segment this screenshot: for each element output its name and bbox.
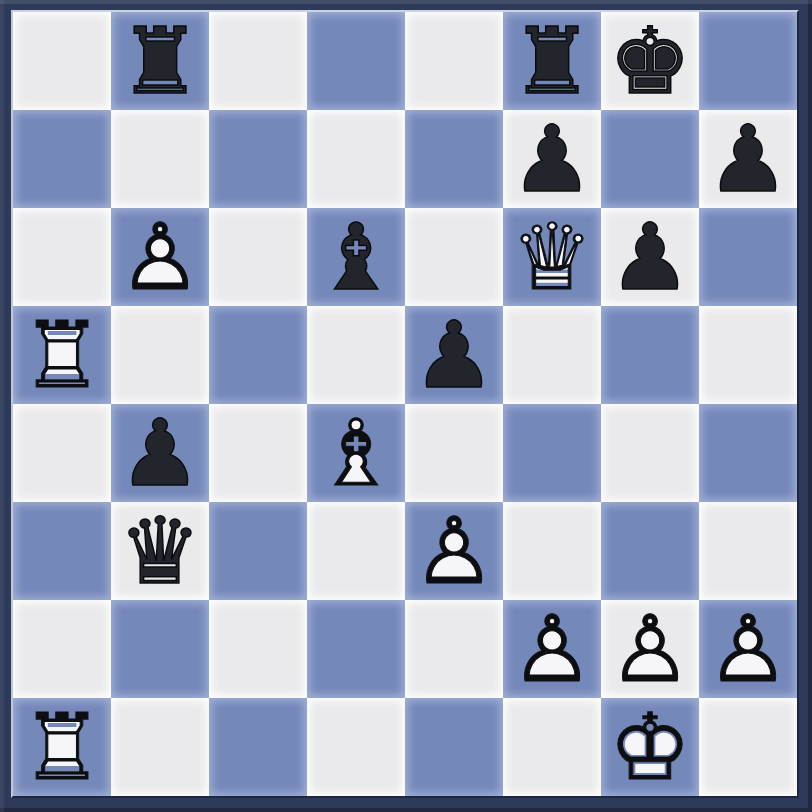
chess-board: ♜♜♚♟♟♟♙♝♛♕♟♜♖♟♟♝♗♛♟♙♟♙♟♙♟♙♜♖♚♔ — [11, 10, 799, 798]
square-g3[interactable] — [601, 502, 699, 600]
square-a1[interactable]: ♜♖ — [13, 698, 111, 796]
piece-white-king[interactable]: ♚♔ — [601, 698, 699, 796]
black-pawn-icon: ♟ — [699, 111, 797, 209]
piece-black-bishop[interactable]: ♝ — [307, 208, 405, 306]
square-a8[interactable] — [13, 12, 111, 110]
square-h6[interactable] — [699, 208, 797, 306]
square-c5[interactable] — [209, 306, 307, 404]
white-rook-outline-icon: ♖ — [13, 699, 111, 797]
square-d1[interactable] — [307, 698, 405, 796]
square-a3[interactable] — [13, 502, 111, 600]
square-b7[interactable] — [111, 110, 209, 208]
white-bishop-outline-icon: ♗ — [307, 405, 405, 503]
square-g1[interactable]: ♚♔ — [601, 698, 699, 796]
square-h4[interactable] — [699, 404, 797, 502]
piece-white-pawn[interactable]: ♟♙ — [405, 502, 503, 600]
square-e3[interactable]: ♟♙ — [405, 502, 503, 600]
piece-white-pawn[interactable]: ♟♙ — [699, 600, 797, 698]
white-pawn-outline-icon: ♙ — [601, 601, 699, 699]
square-c1[interactable] — [209, 698, 307, 796]
square-d5[interactable] — [307, 306, 405, 404]
square-d8[interactable] — [307, 12, 405, 110]
square-c7[interactable] — [209, 110, 307, 208]
square-g6[interactable]: ♟ — [601, 208, 699, 306]
square-a7[interactable] — [13, 110, 111, 208]
square-b6[interactable]: ♟♙ — [111, 208, 209, 306]
white-pawn-outline-icon: ♙ — [405, 503, 503, 601]
square-a4[interactable] — [13, 404, 111, 502]
piece-white-pawn[interactable]: ♟♙ — [503, 600, 601, 698]
piece-white-pawn[interactable]: ♟♙ — [111, 208, 209, 306]
square-d6[interactable]: ♝ — [307, 208, 405, 306]
black-pawn-icon: ♟ — [503, 111, 601, 209]
square-g4[interactable] — [601, 404, 699, 502]
square-b3[interactable]: ♛ — [111, 502, 209, 600]
piece-black-pawn[interactable]: ♟ — [699, 110, 797, 208]
piece-black-pawn[interactable]: ♟ — [601, 208, 699, 306]
square-f8[interactable]: ♜ — [503, 12, 601, 110]
square-a2[interactable] — [13, 600, 111, 698]
square-h2[interactable]: ♟♙ — [699, 600, 797, 698]
square-c2[interactable] — [209, 600, 307, 698]
piece-white-bishop[interactable]: ♝♗ — [307, 404, 405, 502]
black-rook-icon: ♜ — [503, 13, 601, 111]
piece-white-rook[interactable]: ♜♖ — [13, 698, 111, 796]
square-e7[interactable] — [405, 110, 503, 208]
square-d2[interactable] — [307, 600, 405, 698]
square-c4[interactable] — [209, 404, 307, 502]
square-d3[interactable] — [307, 502, 405, 600]
square-f4[interactable] — [503, 404, 601, 502]
square-a6[interactable] — [13, 208, 111, 306]
square-b5[interactable] — [111, 306, 209, 404]
piece-black-rook[interactable]: ♜ — [111, 12, 209, 110]
square-d4[interactable]: ♝♗ — [307, 404, 405, 502]
square-f1[interactable] — [503, 698, 601, 796]
square-g2[interactable]: ♟♙ — [601, 600, 699, 698]
square-h7[interactable]: ♟ — [699, 110, 797, 208]
square-f5[interactable] — [503, 306, 601, 404]
piece-white-pawn[interactable]: ♟♙ — [601, 600, 699, 698]
square-g5[interactable] — [601, 306, 699, 404]
chess-board-frame: ♜♜♚♟♟♟♙♝♛♕♟♜♖♟♟♝♗♛♟♙♟♙♟♙♟♙♜♖♚♔ — [0, 0, 812, 812]
black-pawn-icon: ♟ — [111, 405, 209, 503]
square-d7[interactable] — [307, 110, 405, 208]
square-h1[interactable] — [699, 698, 797, 796]
square-e8[interactable] — [405, 12, 503, 110]
square-h8[interactable] — [699, 12, 797, 110]
piece-black-pawn[interactable]: ♟ — [503, 110, 601, 208]
square-e5[interactable]: ♟ — [405, 306, 503, 404]
square-b2[interactable] — [111, 600, 209, 698]
black-pawn-icon: ♟ — [405, 307, 503, 405]
square-a5[interactable]: ♜♖ — [13, 306, 111, 404]
piece-black-rook[interactable]: ♜ — [503, 12, 601, 110]
square-e1[interactable] — [405, 698, 503, 796]
square-f2[interactable]: ♟♙ — [503, 600, 601, 698]
square-b1[interactable] — [111, 698, 209, 796]
square-b4[interactable]: ♟ — [111, 404, 209, 502]
piece-black-king[interactable]: ♚ — [601, 12, 699, 110]
black-pawn-icon: ♟ — [601, 209, 699, 307]
white-rook-outline-icon: ♖ — [13, 307, 111, 405]
black-bishop-icon: ♝ — [307, 209, 405, 307]
square-e2[interactable] — [405, 600, 503, 698]
white-pawn-outline-icon: ♙ — [111, 209, 209, 307]
square-f3[interactable] — [503, 502, 601, 600]
piece-white-rook[interactable]: ♜♖ — [13, 306, 111, 404]
black-king-icon: ♚ — [601, 13, 699, 111]
white-pawn-outline-icon: ♙ — [699, 601, 797, 699]
white-queen-outline-icon: ♕ — [503, 209, 601, 307]
black-rook-icon: ♜ — [111, 13, 209, 111]
square-f7[interactable]: ♟ — [503, 110, 601, 208]
square-f6[interactable]: ♛♕ — [503, 208, 601, 306]
square-g7[interactable] — [601, 110, 699, 208]
square-b8[interactable]: ♜ — [111, 12, 209, 110]
square-h5[interactable] — [699, 306, 797, 404]
piece-black-queen[interactable]: ♛ — [111, 502, 209, 600]
square-c8[interactable] — [209, 12, 307, 110]
square-e4[interactable] — [405, 404, 503, 502]
piece-white-queen[interactable]: ♛♕ — [503, 208, 601, 306]
white-pawn-outline-icon: ♙ — [503, 601, 601, 699]
white-king-outline-icon: ♔ — [601, 699, 699, 797]
square-g8[interactable]: ♚ — [601, 12, 699, 110]
piece-black-pawn[interactable]: ♟ — [111, 404, 209, 502]
square-c6[interactable] — [209, 208, 307, 306]
square-h3[interactable] — [699, 502, 797, 600]
black-queen-icon: ♛ — [111, 503, 209, 601]
square-c3[interactable] — [209, 502, 307, 600]
square-e6[interactable] — [405, 208, 503, 306]
piece-black-pawn[interactable]: ♟ — [405, 306, 503, 404]
